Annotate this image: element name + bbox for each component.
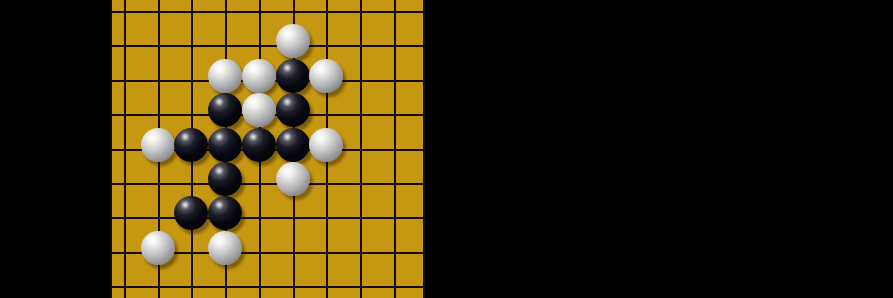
white-stone [309, 128, 343, 162]
screenshot-canvas [0, 0, 893, 298]
black-stone [242, 128, 276, 162]
white-stone [242, 93, 276, 127]
grid-line-vertical [360, 0, 362, 298]
grid-line-horizontal [110, 217, 425, 219]
black-stone [208, 93, 242, 127]
black-stone [208, 196, 242, 230]
black-stone [276, 93, 310, 127]
white-stone [208, 231, 242, 265]
grid-line-horizontal [110, 11, 425, 13]
go-board[interactable] [110, 0, 425, 298]
grid-line-vertical [225, 0, 227, 298]
black-stone [276, 128, 310, 162]
grid-line-horizontal [110, 114, 425, 116]
grid-line-vertical [394, 0, 396, 298]
white-stone [276, 162, 310, 196]
black-stone [276, 59, 310, 93]
white-stone [309, 59, 343, 93]
white-stone [208, 59, 242, 93]
grid-line-vertical [326, 0, 328, 298]
white-stone [141, 231, 175, 265]
grid-line-vertical [191, 0, 193, 298]
grid-line-vertical [293, 0, 295, 298]
grid-line-vertical [110, 0, 112, 298]
grid-line-vertical [423, 0, 425, 298]
black-stone [208, 162, 242, 196]
white-stone [242, 59, 276, 93]
grid-line-horizontal [110, 252, 425, 254]
grid-line-vertical [158, 0, 160, 298]
grid-line-horizontal [110, 286, 425, 288]
black-stone [174, 196, 208, 230]
grid-line-horizontal [110, 45, 425, 47]
grid-line-horizontal [110, 149, 425, 151]
grid-line-vertical [259, 0, 261, 298]
grid-line-horizontal [110, 183, 425, 185]
white-stone [276, 24, 310, 58]
grid-line-vertical [124, 0, 126, 298]
black-stone [208, 128, 242, 162]
white-stone [141, 128, 175, 162]
grid-line-horizontal [110, 80, 425, 82]
black-stone [174, 128, 208, 162]
